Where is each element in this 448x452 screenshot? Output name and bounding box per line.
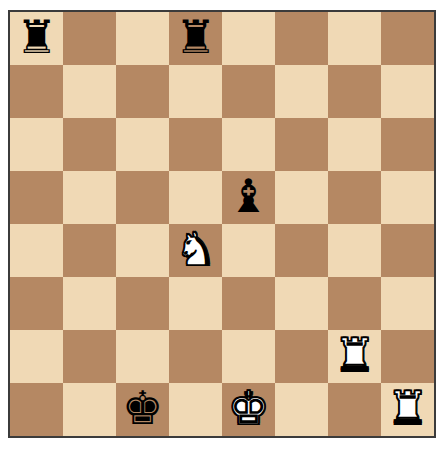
square-g1[interactable] (328, 383, 381, 436)
square-h1[interactable]: ♜ (381, 383, 434, 436)
white-knight[interactable]: ♞ (175, 226, 216, 272)
black-rook[interactable]: ♜ (16, 14, 57, 60)
square-c4[interactable] (116, 224, 169, 277)
square-a5[interactable] (10, 171, 63, 224)
square-b2[interactable] (63, 330, 116, 383)
square-a6[interactable] (10, 118, 63, 171)
square-h5[interactable] (381, 171, 434, 224)
square-h3[interactable] (381, 277, 434, 330)
square-h4[interactable] (381, 224, 434, 277)
white-rook[interactable]: ♜ (334, 332, 375, 378)
square-g4[interactable] (328, 224, 381, 277)
chess-board: ♜♜♝♞♜♚♚♜ (10, 12, 434, 436)
square-c8[interactable] (116, 12, 169, 65)
square-e3[interactable] (222, 277, 275, 330)
square-a2[interactable] (10, 330, 63, 383)
chess-app-screen: ♜♜♝♞♜♚♚♜ (0, 0, 448, 452)
square-d1[interactable] (169, 383, 222, 436)
square-g3[interactable] (328, 277, 381, 330)
black-rook[interactable]: ♜ (175, 14, 216, 60)
square-b6[interactable] (63, 118, 116, 171)
square-d5[interactable] (169, 171, 222, 224)
square-e2[interactable] (222, 330, 275, 383)
square-e1[interactable]: ♚ (222, 383, 275, 436)
black-bishop[interactable]: ♝ (228, 173, 269, 219)
square-f6[interactable] (275, 118, 328, 171)
square-g8[interactable] (328, 12, 381, 65)
square-h6[interactable] (381, 118, 434, 171)
square-g7[interactable] (328, 65, 381, 118)
square-f7[interactable] (275, 65, 328, 118)
square-f2[interactable] (275, 330, 328, 383)
square-a1[interactable] (10, 383, 63, 436)
square-b7[interactable] (63, 65, 116, 118)
square-e5[interactable]: ♝ (222, 171, 275, 224)
square-b1[interactable] (63, 383, 116, 436)
square-c7[interactable] (116, 65, 169, 118)
square-f3[interactable] (275, 277, 328, 330)
square-e6[interactable] (222, 118, 275, 171)
square-a4[interactable] (10, 224, 63, 277)
square-e7[interactable] (222, 65, 275, 118)
square-g6[interactable] (328, 118, 381, 171)
square-c1[interactable]: ♚ (116, 383, 169, 436)
square-f8[interactable] (275, 12, 328, 65)
square-e8[interactable] (222, 12, 275, 65)
square-f4[interactable] (275, 224, 328, 277)
white-rook[interactable]: ♜ (387, 385, 428, 431)
white-king[interactable]: ♚ (228, 385, 269, 431)
square-d7[interactable] (169, 65, 222, 118)
square-a8[interactable]: ♜ (10, 12, 63, 65)
square-c3[interactable] (116, 277, 169, 330)
square-b5[interactable] (63, 171, 116, 224)
square-g2[interactable]: ♜ (328, 330, 381, 383)
square-d4[interactable]: ♞ (169, 224, 222, 277)
square-h2[interactable] (381, 330, 434, 383)
square-b3[interactable] (63, 277, 116, 330)
square-c2[interactable] (116, 330, 169, 383)
square-f1[interactable] (275, 383, 328, 436)
black-king[interactable]: ♚ (122, 385, 163, 431)
chess-board-frame: ♜♜♝♞♜♚♚♜ (8, 10, 436, 438)
square-d8[interactable]: ♜ (169, 12, 222, 65)
square-d3[interactable] (169, 277, 222, 330)
square-d2[interactable] (169, 330, 222, 383)
square-a7[interactable] (10, 65, 63, 118)
square-f5[interactable] (275, 171, 328, 224)
square-c5[interactable] (116, 171, 169, 224)
square-d6[interactable] (169, 118, 222, 171)
square-h7[interactable] (381, 65, 434, 118)
square-c6[interactable] (116, 118, 169, 171)
square-h8[interactable] (381, 12, 434, 65)
square-e4[interactable] (222, 224, 275, 277)
square-b4[interactable] (63, 224, 116, 277)
square-a3[interactable] (10, 277, 63, 330)
square-g5[interactable] (328, 171, 381, 224)
square-b8[interactable] (63, 12, 116, 65)
